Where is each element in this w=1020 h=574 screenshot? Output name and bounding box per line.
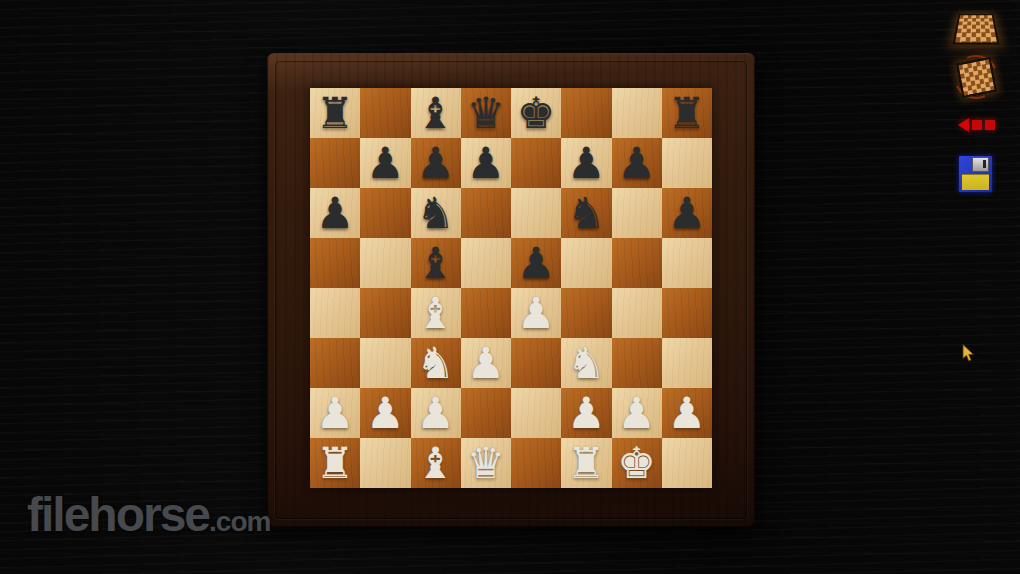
square-d2[interactable] [461,388,511,438]
black-pawn-b7[interactable]: ♟ [366,142,405,185]
square-h7[interactable] [662,138,712,188]
square-b4[interactable] [360,288,410,338]
white-knight-c3[interactable]: ♞ [416,342,455,385]
black-pawn-e5[interactable]: ♟ [517,242,556,285]
square-f1[interactable]: ♜ [561,438,611,488]
undo-bar-icon [985,120,995,130]
floppy-slot [983,160,986,168]
square-a3[interactable] [310,338,360,388]
square-g1[interactable]: ♚ [612,438,662,488]
square-a2[interactable]: ♟ [310,388,360,438]
watermark-text: filehorse [27,488,209,541]
white-pawn-g2[interactable]: ♟ [617,392,656,435]
square-c3[interactable]: ♞ [411,338,461,388]
square-f7[interactable]: ♟ [561,138,611,188]
white-pawn-f2[interactable]: ♟ [567,392,606,435]
square-b8[interactable] [360,88,410,138]
black-pawn-c7[interactable]: ♟ [416,142,455,185]
square-c1[interactable]: ♝ [411,438,461,488]
square-h3[interactable] [662,338,712,388]
rotate-board-button[interactable] [952,56,1000,98]
chess-board[interactable]: ♜♝♛♚♜♟♟♟♟♟♟♞♞♟♝♟♝♟♞♟♞♟♟♟♟♟♟♜♝♛♜♚ [310,88,712,488]
square-a1[interactable]: ♜ [310,438,360,488]
square-e4[interactable]: ♟ [511,288,561,338]
square-d7[interactable]: ♟ [461,138,511,188]
square-d4[interactable] [461,288,511,338]
square-b7[interactable]: ♟ [360,138,410,188]
square-e1[interactable] [511,438,561,488]
white-rook-a1[interactable]: ♜ [316,442,355,485]
square-f6[interactable]: ♞ [561,188,611,238]
square-c2[interactable]: ♟ [411,388,461,438]
square-a6[interactable]: ♟ [310,188,360,238]
square-e3[interactable] [511,338,561,388]
square-a4[interactable] [310,288,360,338]
square-e2[interactable] [511,388,561,438]
black-knight-c6[interactable]: ♞ [416,192,455,235]
filehorse-watermark: filehorse.com [27,491,270,539]
square-b6[interactable] [360,188,410,238]
square-b1[interactable] [360,438,410,488]
square-a7[interactable] [310,138,360,188]
black-rook-a8[interactable]: ♜ [316,92,355,135]
square-a5[interactable] [310,238,360,288]
white-bishop-c4[interactable]: ♝ [416,292,455,335]
black-pawn-h6[interactable]: ♟ [668,192,707,235]
white-bishop-c1[interactable]: ♝ [416,442,455,485]
square-e6[interactable] [511,188,561,238]
white-pawn-d3[interactable]: ♟ [467,342,506,385]
square-f4[interactable] [561,288,611,338]
black-knight-f6[interactable]: ♞ [567,192,606,235]
square-g6[interactable] [612,188,662,238]
square-b2[interactable]: ♟ [360,388,410,438]
square-d6[interactable] [461,188,511,238]
white-king-g1[interactable]: ♚ [617,442,656,485]
perspective-board-icon [952,14,999,45]
square-g4[interactable] [612,288,662,338]
square-g8[interactable] [612,88,662,138]
perspective-board-button[interactable] [952,7,1000,47]
white-knight-f3[interactable]: ♞ [567,342,606,385]
black-bishop-c8[interactable]: ♝ [416,92,455,135]
save-game-button[interactable] [954,152,996,196]
square-c4[interactable]: ♝ [411,288,461,338]
square-f8[interactable] [561,88,611,138]
undo-moves-button[interactable] [955,112,997,138]
square-g5[interactable] [612,238,662,288]
square-d3[interactable]: ♟ [461,338,511,388]
mouse-cursor-icon [962,344,975,363]
square-d5[interactable] [461,238,511,288]
white-pawn-a2[interactable]: ♟ [316,392,355,435]
square-h8[interactable]: ♜ [662,88,712,138]
undo-arrow-icon [958,118,969,132]
square-b5[interactable] [360,238,410,288]
square-d1[interactable]: ♛ [461,438,511,488]
square-f5[interactable] [561,238,611,288]
white-pawn-e4[interactable]: ♟ [517,292,556,335]
square-h6[interactable]: ♟ [662,188,712,238]
black-king-e8[interactable]: ♚ [517,92,556,135]
square-e8[interactable]: ♚ [511,88,561,138]
white-pawn-b2[interactable]: ♟ [366,392,405,435]
square-h1[interactable] [662,438,712,488]
square-d8[interactable]: ♛ [461,88,511,138]
square-g7[interactable]: ♟ [612,138,662,188]
white-pawn-c2[interactable]: ♟ [416,392,455,435]
black-queen-d8[interactable]: ♛ [467,92,506,135]
square-f2[interactable]: ♟ [561,388,611,438]
floppy-disk-icon [958,155,993,193]
square-c6[interactable]: ♞ [411,188,461,238]
black-rook-h8[interactable]: ♜ [668,92,707,135]
board-frame: ♜♝♛♚♜♟♟♟♟♟♟♞♞♟♝♟♝♟♞♟♞♟♟♟♟♟♟♜♝♛♜♚ [267,53,755,527]
square-a8[interactable]: ♜ [310,88,360,138]
white-pawn-h2[interactable]: ♟ [668,392,707,435]
square-g3[interactable] [612,338,662,388]
square-f3[interactable]: ♞ [561,338,611,388]
square-c5[interactable]: ♝ [411,238,461,288]
white-rook-f1[interactable]: ♜ [567,442,606,485]
square-c8[interactable]: ♝ [411,88,461,138]
watermark-suffix: .com [209,506,270,537]
square-h5[interactable] [662,238,712,288]
black-pawn-f7[interactable]: ♟ [567,142,606,185]
square-h4[interactable] [662,288,712,338]
square-h2[interactable]: ♟ [662,388,712,438]
black-pawn-g7[interactable]: ♟ [617,142,656,185]
black-pawn-a6[interactable]: ♟ [316,192,355,235]
square-b3[interactable] [360,338,410,388]
square-c7[interactable]: ♟ [411,138,461,188]
undo-bar-icon [972,120,982,130]
white-queen-d1[interactable]: ♛ [467,442,506,485]
rotate-board-icon [955,56,996,97]
square-g2[interactable]: ♟ [612,388,662,438]
square-e7[interactable] [511,138,561,188]
black-pawn-d7[interactable]: ♟ [467,142,506,185]
floppy-shutter [972,157,989,172]
floppy-label [962,174,989,190]
black-bishop-c5[interactable]: ♝ [416,242,455,285]
square-e5[interactable]: ♟ [511,238,561,288]
